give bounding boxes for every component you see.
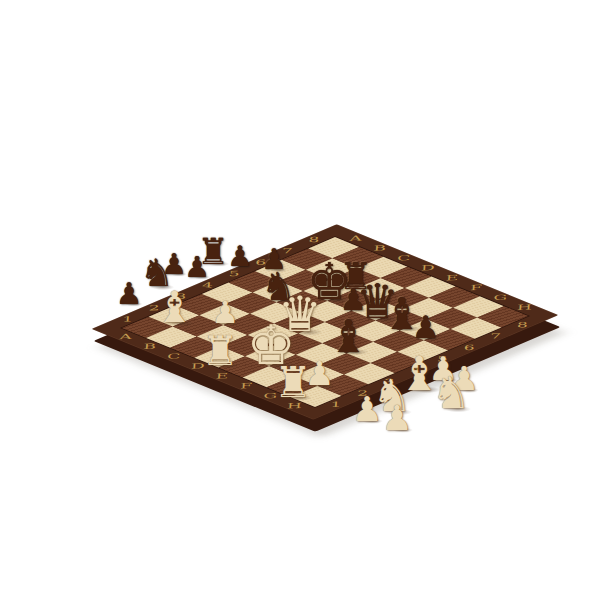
piece-white-b-a2: ♝ — [155, 286, 194, 329]
file-label-near: B — [143, 343, 156, 351]
file-label-far: B — [373, 244, 386, 252]
file-label-near: C — [167, 352, 181, 360]
piece-black-b-f4: ♝ — [328, 314, 368, 359]
chess-set-render: AABBCCDDEEFFGGHH1122334455667788 ♜♟♟♟♟♞♜… — [0, 0, 600, 600]
rank-label-right: 1 — [330, 401, 342, 409]
piece-black-p-g6: ♟ — [412, 312, 440, 343]
captured-black-p: ♟ — [227, 243, 252, 271]
rank-label-right: 7 — [490, 332, 502, 340]
captured-white-n: ♞ — [431, 371, 470, 415]
rank-label-right: 6 — [463, 344, 475, 352]
file-label-near: F — [240, 382, 253, 390]
file-label-far: A — [349, 234, 362, 242]
file-label-far: F — [470, 284, 483, 292]
file-label-far: H — [517, 304, 533, 312]
file-label-far: G — [493, 294, 507, 302]
file-label-far: C — [397, 254, 411, 262]
captured-black-p: ♟ — [184, 253, 210, 282]
captured-white-p: ♟ — [352, 392, 383, 426]
rank-label-left: 8 — [308, 236, 320, 244]
file-label-near: A — [119, 333, 132, 341]
rank-label-left: 1 — [122, 315, 134, 323]
file-label-far: D — [421, 264, 435, 272]
piece-white-r-g1: ♜ — [274, 362, 312, 404]
captured-white-p: ♟ — [382, 401, 413, 436]
rank-label-right: 8 — [517, 321, 529, 329]
piece-white-p-b3: ♟ — [211, 298, 238, 328]
piece-white-r-d1: ♜ — [202, 331, 239, 372]
captured-black-p: ♟ — [116, 279, 143, 309]
file-label-far: E — [446, 274, 459, 282]
